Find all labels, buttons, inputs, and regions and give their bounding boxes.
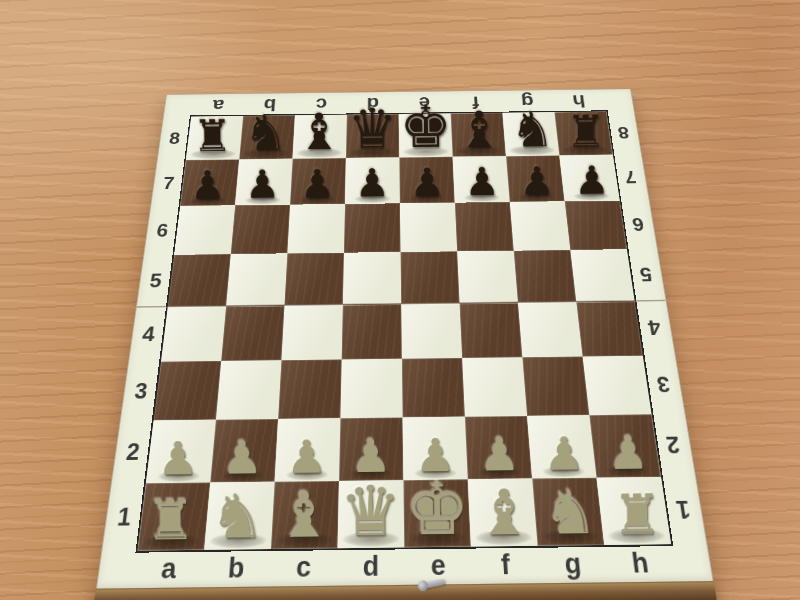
square-f4[interactable] — [460, 302, 523, 358]
square-h2[interactable]: ♟ — [589, 414, 661, 477]
clasp-icon — [423, 578, 446, 589]
square-e3[interactable] — [402, 358, 465, 417]
file-bottom-label-b: b — [201, 549, 271, 587]
black-rook-a8[interactable]: ♜ — [192, 114, 232, 158]
square-g4[interactable] — [518, 302, 583, 358]
white-bishop-f1[interactable]: ♝ — [475, 481, 532, 544]
black-pawn-e7[interactable]: ♟ — [410, 162, 445, 201]
file-bottom-label-f: f — [471, 546, 541, 584]
file-top-label-c: c — [295, 93, 347, 116]
square-d3[interactable] — [340, 359, 402, 418]
square-h1[interactable]: ♜ — [597, 477, 671, 545]
square-g1[interactable]: ♞ — [532, 478, 604, 546]
square-f7[interactable]: ♟ — [453, 156, 510, 203]
square-e7[interactable]: ♟ — [399, 157, 455, 204]
black-rook-h8[interactable]: ♜ — [566, 109, 606, 153]
rank-right-label-6: 6 — [620, 200, 657, 249]
square-c6[interactable] — [287, 204, 345, 253]
square-g7[interactable]: ♟ — [506, 155, 565, 202]
square-a8[interactable]: ♜ — [186, 116, 243, 160]
white-knight-g1[interactable]: ♞ — [543, 482, 598, 543]
white-rook-h1[interactable]: ♜ — [612, 487, 662, 542]
square-g5[interactable] — [514, 250, 577, 302]
square-d6[interactable] — [344, 203, 401, 252]
file-top-label-a: a — [191, 94, 245, 117]
square-a2[interactable]: ♟ — [146, 420, 216, 484]
square-f5[interactable] — [457, 251, 518, 303]
file-bottom-label-g: g — [538, 545, 609, 583]
white-knight-b1[interactable]: ♞ — [210, 486, 265, 547]
square-a3[interactable] — [154, 361, 222, 421]
white-pawn-f2[interactable]: ♟ — [479, 431, 520, 477]
white-king-e1[interactable]: ♚ — [404, 472, 470, 545]
square-h5[interactable] — [570, 249, 634, 301]
white-pawn-a2[interactable]: ♟ — [157, 435, 198, 481]
square-f6[interactable] — [455, 202, 514, 251]
black-pawn-f7[interactable]: ♟ — [464, 162, 499, 201]
black-pawn-b7[interactable]: ♟ — [245, 164, 280, 203]
square-c7[interactable]: ♟ — [290, 158, 346, 205]
square-f8[interactable]: ♝ — [451, 113, 506, 157]
square-d8[interactable]: ♛ — [346, 114, 399, 158]
square-c2[interactable]: ♟ — [275, 418, 341, 482]
square-d4[interactable] — [342, 304, 402, 360]
square-h3[interactable] — [583, 356, 652, 415]
black-pawn-d7[interactable]: ♟ — [355, 163, 390, 202]
rank-right-label-7: 7 — [613, 154, 649, 200]
white-pawn-c2[interactable]: ♟ — [286, 434, 327, 480]
black-pawn-c7[interactable]: ♟ — [300, 164, 335, 203]
table-surface: abcdefgh abcdefgh 87654321 87654321 ♜♞♝♛… — [0, 0, 800, 600]
file-labels-bottom: abcdefgh — [133, 544, 677, 588]
file-top-label-b: b — [243, 93, 296, 116]
square-b8[interactable]: ♞ — [239, 115, 295, 159]
square-e1[interactable]: ♚ — [403, 479, 471, 547]
white-bishop-c1[interactable]: ♝ — [275, 483, 332, 546]
black-pawn-g7[interactable]: ♟ — [519, 161, 554, 200]
white-pawn-h2[interactable]: ♟ — [608, 430, 649, 476]
square-a7[interactable]: ♟ — [180, 159, 239, 206]
rank-right-label-4: 4 — [635, 300, 675, 355]
file-top-label-e: e — [399, 91, 451, 114]
square-g3[interactable] — [522, 357, 589, 416]
rank-right-label-8: 8 — [606, 111, 641, 155]
square-c3[interactable] — [278, 359, 341, 418]
black-knight-g8[interactable]: ♞ — [510, 105, 554, 154]
board-scene: abcdefgh abcdefgh 87654321 87654321 ♜♞♝♛… — [88, 0, 711, 588]
square-h7[interactable]: ♟ — [559, 155, 619, 201]
square-a5[interactable] — [168, 254, 231, 306]
square-h6[interactable] — [565, 201, 627, 250]
square-e5[interactable] — [401, 251, 460, 303]
white-pawn-g2[interactable]: ♟ — [543, 430, 584, 476]
square-e8[interactable]: ♚ — [399, 113, 453, 157]
square-e6[interactable] — [400, 203, 457, 252]
square-c4[interactable] — [281, 304, 342, 360]
square-g6[interactable] — [510, 201, 571, 250]
square-c5[interactable] — [284, 253, 343, 305]
square-b2[interactable]: ♟ — [210, 419, 278, 483]
file-top-label-h: h — [552, 90, 606, 113]
square-b5[interactable] — [226, 253, 287, 305]
file-bottom-label-d: d — [337, 547, 405, 585]
square-f1[interactable]: ♝ — [468, 479, 538, 547]
square-d5[interactable] — [343, 252, 401, 304]
square-a6[interactable] — [174, 205, 235, 254]
white-rook-a1[interactable]: ♜ — [146, 493, 196, 548]
board-grid: ♜♞♝♛♚♝♞♜♟♟♟♟♟♟♟♟♟♟♟♟♟♟♟♟♜♞♝♛♚♝♞♜ — [135, 110, 673, 552]
black-knight-b8[interactable]: ♞ — [244, 109, 288, 158]
file-top-label-g: g — [501, 90, 555, 113]
file-top-label-d: d — [347, 92, 399, 115]
square-g2[interactable]: ♟ — [527, 415, 596, 478]
square-f2[interactable]: ♟ — [465, 416, 532, 479]
square-c8[interactable]: ♝ — [293, 115, 347, 159]
chess-board: abcdefgh abcdefgh 87654321 87654321 ♜♞♝♛… — [96, 89, 714, 590]
square-a4[interactable] — [161, 306, 226, 362]
file-bottom-label-c: c — [269, 548, 338, 586]
square-b6[interactable] — [231, 205, 290, 254]
square-c1[interactable]: ♝ — [271, 481, 339, 549]
rank-right-label-5: 5 — [627, 249, 666, 301]
square-h4[interactable] — [576, 301, 643, 357]
square-a1[interactable]: ♜ — [138, 482, 211, 550]
file-bottom-label-h: h — [604, 544, 676, 582]
square-d7[interactable]: ♟ — [345, 157, 400, 204]
square-g8[interactable]: ♞ — [503, 112, 560, 156]
square-e4[interactable] — [401, 303, 462, 359]
square-b1[interactable]: ♞ — [204, 482, 274, 550]
square-b4[interactable] — [221, 305, 284, 361]
square-h8[interactable]: ♜ — [554, 112, 612, 156]
black-pawn-h7[interactable]: ♟ — [574, 160, 609, 199]
square-b3[interactable] — [216, 360, 282, 420]
white-queen-d1[interactable]: ♛ — [339, 477, 401, 546]
file-top-label-f: f — [450, 91, 503, 114]
square-d1[interactable]: ♛ — [338, 480, 405, 548]
file-bottom-label-a: a — [133, 550, 204, 588]
square-b7[interactable]: ♟ — [235, 159, 292, 206]
white-pawn-b2[interactable]: ♟ — [222, 434, 263, 480]
black-pawn-a7[interactable]: ♟ — [190, 165, 225, 204]
square-f3[interactable] — [462, 357, 527, 416]
